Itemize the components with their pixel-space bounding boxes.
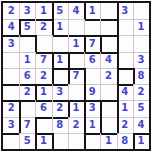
cell-r6c8[interactable]: 4 [117,84,133,100]
cell-r9c2[interactable]: 5 [19,133,35,149]
cell-r9c8[interactable]: 8 [117,133,133,149]
cell-r6c1[interactable] [3,84,19,100]
cell-r7c5[interactable]: 1 [68,100,84,116]
cell-r6c3[interactable]: 1 [35,84,51,100]
cell-r1c7[interactable] [100,3,116,19]
cell-r5c3[interactable]: 2 [35,68,51,84]
cell-r4c3[interactable]: 7 [35,52,51,68]
cell-r7c3[interactable]: 6 [35,100,51,116]
cell-r4c5[interactable] [68,52,84,68]
cell-r6c5[interactable] [68,84,84,100]
cell-r3c2[interactable] [19,35,35,51]
cell-r9c3[interactable]: 1 [35,133,51,149]
cell-r6c4[interactable]: 3 [52,84,68,100]
cell-r1c9[interactable] [133,3,149,19]
cell-r5c7[interactable]: 2 [100,68,116,84]
cell-r2c1[interactable]: 4 [3,19,19,35]
cell-r9c9[interactable]: 1 [133,133,149,149]
cell-r6c9[interactable]: 2 [133,84,149,100]
cell-r8c6[interactable]: 1 [84,117,100,133]
puzzle-board: 2315413452113171716436272821394226213153… [1,1,151,151]
cell-r3c7[interactable] [100,35,116,51]
cell-r8c8[interactable]: 2 [117,117,133,133]
cell-r3c8[interactable] [117,35,133,51]
cell-r5c4[interactable] [52,68,68,84]
cell-r7c7[interactable] [100,100,116,116]
cell-r4c9[interactable]: 3 [133,52,149,68]
puzzle-page: 2315413452113171716436272821394226213153… [0,1,150,151]
cell-r2c8[interactable] [117,19,133,35]
cell-r3c6[interactable]: 7 [84,35,100,51]
cell-r9c1[interactable] [3,133,19,149]
cell-r7c1[interactable]: 2 [3,100,19,116]
cell-r2c9[interactable]: 1 [133,19,149,35]
cell-r6c2[interactable]: 2 [19,84,35,100]
cell-r5c9[interactable]: 8 [133,68,149,84]
cell-r3c9[interactable] [133,35,149,51]
cell-r8c2[interactable]: 7 [19,117,35,133]
cell-r1c3[interactable]: 1 [35,3,51,19]
cell-r4c7[interactable]: 4 [100,52,116,68]
cell-r8c7[interactable] [100,117,116,133]
cell-r5c1[interactable] [3,68,19,84]
cell-r3c1[interactable]: 3 [3,35,19,51]
cell-r1c2[interactable]: 3 [19,3,35,19]
cell-r7c4[interactable]: 2 [52,100,68,116]
cell-r4c2[interactable]: 1 [19,52,35,68]
cell-r6c7[interactable] [100,84,116,100]
cell-r2c2[interactable]: 5 [19,19,35,35]
cell-r8c1[interactable]: 3 [3,117,19,133]
cell-r7c8[interactable]: 1 [117,100,133,116]
cell-r4c1[interactable] [3,52,19,68]
cell-r2c7[interactable] [100,19,116,35]
cell-r5c2[interactable]: 6 [19,68,35,84]
cell-r8c5[interactable]: 2 [68,117,84,133]
cell-r8c3[interactable] [35,117,51,133]
cell-r3c4[interactable] [52,35,68,51]
cell-r5c5[interactable]: 7 [68,68,84,84]
cell-r7c9[interactable]: 5 [133,100,149,116]
cell-r1c1[interactable]: 2 [3,3,19,19]
cell-r3c3[interactable] [35,35,51,51]
cell-r3c5[interactable]: 1 [68,35,84,51]
cell-r1c5[interactable]: 4 [68,3,84,19]
cell-r2c5[interactable] [68,19,84,35]
cell-r8c9[interactable]: 4 [133,117,149,133]
cell-r5c6[interactable] [84,68,100,84]
cell-r1c8[interactable]: 3 [117,3,133,19]
cell-r4c6[interactable]: 6 [84,52,100,68]
cell-r9c7[interactable]: 1 [100,133,116,149]
cell-r4c4[interactable]: 1 [52,52,68,68]
cell-r7c6[interactable]: 3 [84,100,100,116]
cell-r6c6[interactable]: 9 [84,84,100,100]
cell-r2c3[interactable]: 2 [35,19,51,35]
cell-r9c4[interactable] [52,133,68,149]
cell-r2c6[interactable] [84,19,100,35]
cell-r5c8[interactable] [117,68,133,84]
cell-r7c2[interactable] [19,100,35,116]
cell-r8c4[interactable]: 8 [52,117,68,133]
cell-r9c5[interactable] [68,133,84,149]
cell-r1c4[interactable]: 5 [52,3,68,19]
cell-r1c6[interactable]: 1 [84,3,100,19]
cell-r2c4[interactable]: 1 [52,19,68,35]
cell-r9c6[interactable] [84,133,100,149]
cell-r4c8[interactable] [117,52,133,68]
